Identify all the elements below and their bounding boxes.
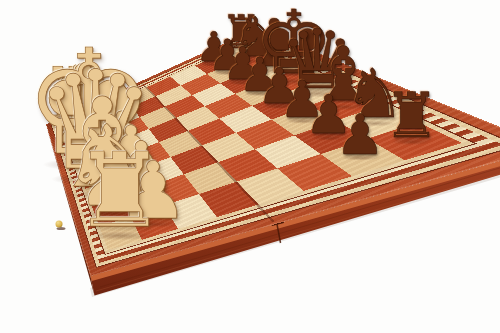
chess-set-photo: ♜♞♟♝♟♚♟♛♟♝♟♟♟♞♜♟♞♟♟♜♝♟♟♚♟♛♟♝♟♞♟♜: [0, 0, 500, 333]
brass-hinge-pin: [56, 221, 63, 228]
